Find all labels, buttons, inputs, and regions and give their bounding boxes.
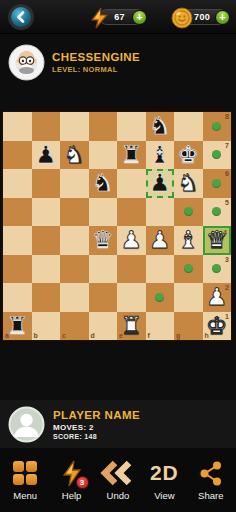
share-icon	[198, 460, 224, 486]
square-h6[interactable]: 6	[203, 169, 232, 198]
help-button[interactable]: 3 Help	[50, 459, 94, 501]
square-g7[interactable]: ♚	[174, 141, 203, 170]
square-g8[interactable]	[174, 112, 203, 141]
square-f1[interactable]: f	[146, 312, 175, 341]
square-f2[interactable]	[146, 283, 175, 312]
black-rook-a1[interactable]: ♜	[6, 314, 28, 338]
white-pawn-e4[interactable]: ♟	[120, 228, 142, 252]
coin-counter: 700 +	[181, 9, 228, 25]
rank-label-3: 3	[225, 256, 229, 263]
file-label-e: e	[119, 332, 123, 339]
square-b5[interactable]	[32, 198, 61, 227]
square-c6[interactable]	[60, 169, 89, 198]
square-g5[interactable]	[174, 198, 203, 227]
square-g4[interactable]: ♝	[174, 226, 203, 255]
undo-label: Undo	[107, 490, 130, 501]
coin-icon	[171, 7, 193, 33]
square-h5[interactable]: 5	[203, 198, 232, 227]
square-b7[interactable]: ♟	[32, 141, 61, 170]
help-label: Help	[62, 490, 82, 501]
legal-move-dot	[212, 264, 221, 273]
file-label-f: f	[148, 332, 150, 339]
black-bishop-f7[interactable]: ♝	[149, 143, 171, 167]
menu-grid-icon	[13, 461, 37, 485]
top-bar: 67 + 700 +	[0, 0, 236, 34]
white-bishop-g4[interactable]: ♝	[177, 228, 199, 252]
square-a3[interactable]	[3, 255, 32, 284]
square-c2[interactable]	[60, 283, 89, 312]
bottom-toolbar: Menu 3 Help Undo 2D View	[0, 448, 236, 512]
black-pawn-b7[interactable]: ♟	[35, 143, 57, 167]
square-h4[interactable]: 4♛	[203, 226, 232, 255]
square-h1[interactable]: h1♚	[203, 312, 232, 341]
square-a7[interactable]	[3, 141, 32, 170]
square-b2[interactable]	[32, 283, 61, 312]
square-h3[interactable]: 3	[203, 255, 232, 284]
help-badge: 3	[76, 476, 89, 489]
share-button[interactable]: Share	[189, 459, 233, 501]
square-f3[interactable]	[146, 255, 175, 284]
square-e8[interactable]	[117, 112, 146, 141]
square-f4[interactable]: ♟	[146, 226, 175, 255]
legal-move-dot	[184, 207, 193, 216]
file-label-b: b	[34, 332, 38, 339]
energy-counter: 67 +	[99, 9, 145, 25]
chess-board[interactable]: ♞8♟♞♜♝♚7♞♟♞65♛♟♟♝4♛32♟a♜bcde♜fgh1♚	[3, 112, 231, 340]
player-name: PLAYER NAME	[53, 409, 140, 421]
view-label: View	[154, 490, 174, 501]
square-b1[interactable]: b	[32, 312, 61, 341]
player-avatar	[8, 406, 45, 443]
rank-label-8: 8	[225, 113, 229, 120]
square-d3[interactable]	[89, 255, 118, 284]
black-rook-e7[interactable]: ♜	[120, 143, 142, 167]
view-button[interactable]: 2D View	[142, 459, 186, 501]
square-b3[interactable]	[32, 255, 61, 284]
menu-button[interactable]: Menu	[3, 459, 47, 501]
file-label-g: g	[176, 332, 180, 339]
square-a2[interactable]	[3, 283, 32, 312]
square-f6[interactable]: ♟	[146, 169, 175, 198]
square-c7[interactable]: ♞	[60, 141, 89, 170]
undo-chevrons-icon	[100, 460, 136, 486]
square-d5[interactable]	[89, 198, 118, 227]
black-queen-d4[interactable]: ♛	[92, 228, 114, 252]
square-a1[interactable]: a♜	[3, 312, 32, 341]
coin-count: 700	[194, 12, 210, 22]
square-e1[interactable]: e♜	[117, 312, 146, 341]
add-energy-button[interactable]: +	[132, 10, 147, 25]
rank-label-2: 2	[225, 284, 229, 291]
square-a8[interactable]	[3, 112, 32, 141]
player-score: SCORE: 148	[53, 433, 140, 440]
opponent-name: CHESSENGINE	[52, 51, 140, 63]
view-2d-icon: 2D	[150, 461, 179, 485]
rank-label-1: 1	[225, 313, 229, 320]
black-king-g7[interactable]: ♚	[177, 143, 199, 167]
white-knight-c7[interactable]: ♞	[63, 143, 85, 167]
square-d6[interactable]: ♞	[89, 169, 118, 198]
square-h8[interactable]: 8	[203, 112, 232, 141]
square-h2[interactable]: 2♟	[203, 283, 232, 312]
player-moves: MOVES: 2	[53, 423, 140, 432]
rank-label-5: 5	[225, 199, 229, 206]
rank-label-6: 6	[225, 170, 229, 177]
chevron-left-icon	[15, 11, 27, 23]
square-h7[interactable]: 7	[203, 141, 232, 170]
square-f5[interactable]	[146, 198, 175, 227]
square-d4[interactable]: ♛	[89, 226, 118, 255]
white-pawn-f4[interactable]: ♟	[149, 228, 171, 252]
square-e5[interactable]	[117, 198, 146, 227]
black-knight-f8[interactable]: ♞	[149, 114, 171, 138]
file-label-c: c	[62, 332, 66, 339]
square-c1[interactable]: c	[60, 312, 89, 341]
square-g1[interactable]: g	[174, 312, 203, 341]
square-e7[interactable]: ♜	[117, 141, 146, 170]
square-c4[interactable]	[60, 226, 89, 255]
square-d1[interactable]: d	[89, 312, 118, 341]
file-label-h: h	[205, 332, 209, 339]
square-a4[interactable]	[3, 226, 32, 255]
rank-label-4: 4	[223, 229, 227, 236]
black-pawn-f6[interactable]: ♟	[149, 171, 171, 195]
square-b8[interactable]	[32, 112, 61, 141]
square-e6[interactable]	[117, 169, 146, 198]
opponent-level: LEVEL: NORMAL	[52, 65, 140, 74]
undo-button[interactable]: Undo	[96, 459, 140, 501]
square-c8[interactable]	[60, 112, 89, 141]
share-label: Share	[198, 490, 223, 501]
lightning-icon	[89, 7, 110, 33]
square-c5[interactable]	[60, 198, 89, 227]
square-b4[interactable]	[32, 226, 61, 255]
black-knight-d6[interactable]: ♞	[92, 171, 114, 195]
square-a6[interactable]	[3, 169, 32, 198]
white-knight-g6[interactable]: ♞	[177, 171, 199, 195]
file-label-a: a	[5, 332, 9, 339]
square-g6[interactable]: ♞	[174, 169, 203, 198]
square-e4[interactable]: ♟	[117, 226, 146, 255]
square-g3[interactable]	[174, 255, 203, 284]
white-rook-e1[interactable]: ♜	[120, 314, 142, 338]
square-d8[interactable]	[89, 112, 118, 141]
square-d2[interactable]	[89, 283, 118, 312]
legal-move-dot	[212, 179, 221, 188]
back-button[interactable]	[8, 4, 34, 30]
legal-move-dot	[212, 207, 221, 216]
square-g2[interactable]	[174, 283, 203, 312]
square-f8[interactable]: ♞	[146, 112, 175, 141]
square-c3[interactable]	[60, 255, 89, 284]
square-a5[interactable]	[3, 198, 32, 227]
square-e3[interactable]	[117, 255, 146, 284]
square-e2[interactable]	[117, 283, 146, 312]
legal-move-dot	[184, 264, 193, 273]
menu-label: Menu	[13, 490, 37, 501]
rank-label-7: 7	[225, 142, 229, 149]
player-info: PLAYER NAME MOVES: 2 SCORE: 148	[0, 400, 236, 448]
opponent-avatar	[8, 44, 45, 81]
add-coins-button[interactable]: +	[215, 10, 230, 25]
opponent-info: CHESSENGINE LEVEL: NORMAL	[0, 34, 236, 90]
square-b6[interactable]	[32, 169, 61, 198]
energy-count: 67	[114, 12, 125, 22]
legal-move-dot	[155, 293, 164, 302]
legal-move-dot	[212, 150, 221, 159]
square-d7[interactable]	[89, 141, 118, 170]
square-f7[interactable]: ♝	[146, 141, 175, 170]
file-label-d: d	[91, 332, 95, 339]
legal-move-dot	[212, 122, 221, 131]
